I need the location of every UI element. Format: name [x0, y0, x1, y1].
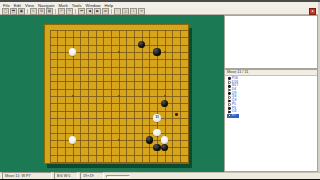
paste-icon[interactable]: ▤: [46, 8, 53, 15]
file-open-icon[interactable]: ⬒: [10, 8, 17, 15]
first-move-icon[interactable]: ⏮: [78, 8, 85, 15]
grid-line-h: [50, 133, 188, 134]
mark-icon[interactable]: △: [122, 8, 129, 15]
white-stone-D4[interactable]: [69, 136, 76, 143]
redo-icon[interactable]: ↷: [66, 8, 73, 15]
file-new-icon[interactable]: ▢: [2, 8, 9, 15]
white-stone-icon: [228, 89, 231, 92]
last-move-icon[interactable]: ⏭: [102, 8, 109, 15]
white-stone-icon: [228, 96, 231, 99]
next-move-icon[interactable]: ▶: [94, 8, 101, 15]
go-board[interactable]: 11: [44, 24, 189, 164]
move-tree-header: Move 11 / 11: [225, 70, 317, 76]
white-stone-D16[interactable]: [69, 48, 76, 55]
grid-line-h: [50, 125, 188, 126]
copy-icon[interactable]: ⧉: [38, 8, 45, 15]
grid-line-h: [50, 118, 188, 119]
toolbar: ▢⬒▣✂⧉▤↶↷⏮◀▶⏭◦△i≡●: [0, 8, 320, 15]
comment-pane[interactable]: [224, 15, 318, 69]
pass-icon[interactable]: ◦: [114, 8, 121, 15]
tree-node-label: P7: [232, 114, 236, 118]
white-stone-icon: [228, 103, 231, 106]
white-stone-P7[interactable]: 11: [153, 114, 160, 121]
star-point: [118, 51, 120, 53]
status-segment-3: [106, 175, 130, 178]
black-stone-N17[interactable]: [138, 41, 145, 48]
grid-line-v: [134, 30, 135, 162]
prev-move-icon[interactable]: ◀: [86, 8, 93, 15]
grid-line-h: [50, 155, 188, 156]
grid-line-v: [126, 30, 127, 162]
star-point: [164, 51, 166, 53]
move-tree-list: P16D16N17D4Q9Q4Q3P5P3O4P7: [227, 77, 239, 118]
black-stone-P3[interactable]: [153, 144, 160, 151]
status-bar: Move 11: W P7B:6 W:519×19: [0, 172, 320, 179]
star-point: [72, 95, 74, 97]
grid-line-h: [50, 111, 188, 112]
black-stone-Q3[interactable]: [161, 144, 168, 151]
star-point: [118, 139, 120, 141]
star-point: [118, 95, 120, 97]
black-stone-P16[interactable]: [153, 48, 160, 55]
grid-line-v: [172, 30, 173, 162]
file-save-icon[interactable]: ▣: [18, 8, 25, 15]
grid-line-v: [180, 30, 181, 162]
black-stone-icon: [228, 92, 231, 95]
window-bottom-edge: [0, 179, 320, 180]
app-window: FileEditViewNavigateMarkToolsWindowHelp …: [0, 0, 320, 180]
grid-line-h: [50, 162, 188, 163]
info-icon[interactable]: i: [130, 8, 137, 15]
white-stone-Q4[interactable]: [161, 136, 168, 143]
record-icon[interactable]: ●: [309, 8, 316, 15]
white-stone-P5[interactable]: [153, 129, 160, 136]
move-tree-pane: Move 11 / 11 P16D16N17D4Q9Q4Q3P5P3O4P7: [224, 69, 318, 172]
board-background: 11: [0, 15, 224, 172]
toolbar-separator: [75, 9, 76, 14]
black-stone-O4[interactable]: [146, 136, 153, 143]
black-stone-Q9[interactable]: [161, 100, 168, 107]
black-stone-icon: [228, 107, 231, 110]
undo-icon[interactable]: ↶: [58, 8, 65, 15]
tree-node-move-11[interactable]: P7: [227, 114, 239, 118]
star-point: [164, 95, 166, 97]
tree-icon[interactable]: ≡: [138, 8, 145, 15]
black-stone-icon: [228, 85, 231, 88]
toolbar-separator: [55, 9, 56, 14]
cut-icon[interactable]: ✂: [30, 8, 37, 15]
toolbar-separator: [111, 9, 112, 14]
next-move-dot-marker: [175, 113, 177, 115]
move-number-label: 11: [155, 116, 159, 120]
white-stone-icon: [228, 81, 231, 84]
grid-line-v: [142, 30, 143, 162]
grid-line-v: [188, 30, 189, 162]
white-stone-icon: [228, 114, 231, 117]
toolbar-separator: [27, 9, 28, 14]
